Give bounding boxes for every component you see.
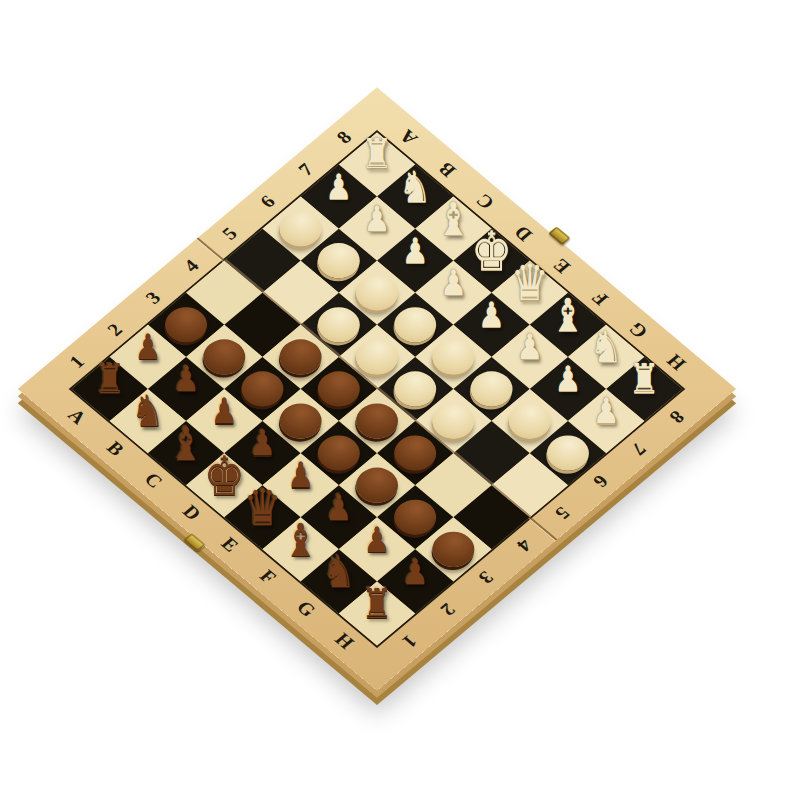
black-pawn-h2[interactable]: ♟	[402, 554, 429, 589]
white-pawn-c7[interactable]: ♟	[402, 234, 429, 269]
file-label-top-g: G	[625, 319, 651, 341]
file-label-bottom-f: F	[256, 567, 280, 587]
black-rook-h1[interactable]: ♜	[361, 583, 392, 624]
black-pawn-c2[interactable]: ♟	[211, 394, 238, 429]
rank-label-right-3: 3	[475, 567, 497, 586]
white-queen-e8[interactable]: ♛	[510, 258, 549, 309]
file-label-top-e: E	[550, 255, 575, 276]
product-photo-stage: ABCDEFGH8♜♞♝♚♛♝♞♜87♟♟♟♟♟♟♟♟7665544332♟♟♟…	[0, 0, 800, 800]
file-label-bottom-h: H	[331, 630, 357, 652]
rank-label-left-1: 1	[66, 352, 88, 371]
black-knight-b1[interactable]: ♞	[131, 390, 164, 434]
white-rook-h8[interactable]: ♜	[629, 359, 660, 400]
rank-label-right-2: 2	[437, 599, 459, 618]
black-pawn-d2[interactable]: ♟	[249, 426, 276, 461]
black-pawn-e2[interactable]: ♟	[287, 458, 314, 493]
black-pawn-a2[interactable]: ♟	[134, 330, 161, 365]
rank-label-left-6: 6	[257, 192, 279, 211]
file-label-top-b: B	[435, 159, 460, 180]
rank-label-right-6: 6	[589, 471, 611, 490]
black-pawn-b2[interactable]: ♟	[173, 362, 200, 397]
file-label-top-f: F	[588, 287, 612, 307]
white-pawn-g7[interactable]: ♟	[554, 362, 581, 397]
white-king-d8[interactable]: ♚	[471, 224, 512, 278]
rank-label-left-2: 2	[104, 320, 126, 339]
folding-chess-checkers-board: ABCDEFGH8♜♞♝♚♛♝♞♜87♟♟♟♟♟♟♟♟7665544332♟♟♟…	[18, 87, 736, 690]
rank-label-left-3: 3	[142, 288, 164, 307]
black-queen-e1[interactable]: ♛	[243, 483, 282, 534]
white-rook-a8[interactable]: ♜	[361, 134, 392, 175]
white-knight-b8[interactable]: ♞	[399, 165, 432, 209]
rank-label-right-4: 4	[513, 535, 535, 554]
black-bishop-c1[interactable]: ♝	[169, 421, 204, 467]
file-label-top-a: A	[397, 126, 423, 147]
white-pawn-a7[interactable]: ♟	[325, 169, 352, 204]
white-pawn-h7[interactable]: ♟	[593, 394, 620, 429]
white-bishop-f8[interactable]: ♝	[550, 292, 585, 338]
file-label-bottom-g: G	[293, 598, 319, 620]
file-label-top-d: D	[511, 223, 537, 244]
white-pawn-d7[interactable]: ♟	[440, 266, 467, 301]
rank-label-right-5: 5	[551, 503, 573, 522]
file-label-bottom-c: C	[141, 470, 167, 491]
black-king-d1[interactable]: ♚	[204, 449, 245, 503]
black-pawn-f2[interactable]: ♟	[325, 490, 352, 525]
black-pawn-g2[interactable]: ♟	[364, 522, 391, 557]
file-label-bottom-e: E	[218, 534, 243, 555]
black-bishop-f1[interactable]: ♝	[283, 517, 318, 563]
file-label-top-c: C	[473, 191, 499, 212]
black-rook-a1[interactable]: ♜	[94, 359, 125, 400]
rank-label-left-4: 4	[181, 256, 203, 275]
white-bishop-c8[interactable]: ♝	[436, 196, 471, 242]
rank-label-right-1: 1	[398, 631, 420, 650]
black-knight-g1[interactable]: ♞	[322, 550, 355, 594]
file-label-bottom-d: D	[179, 502, 205, 523]
rank-label-right-8: 8	[666, 407, 688, 426]
white-pawn-b7[interactable]: ♟	[364, 201, 391, 236]
board-perspective-wrap: ABCDEFGH8♜♞♝♚♛♝♞♜87♟♟♟♟♟♟♟♟7665544332♟♟♟…	[123, 176, 631, 603]
file-label-bottom-a: A	[64, 406, 90, 427]
rank-label-left-8: 8	[333, 128, 355, 147]
white-pawn-f7[interactable]: ♟	[516, 330, 543, 365]
rank-label-right-7: 7	[627, 439, 649, 458]
rank-label-left-5: 5	[219, 224, 241, 243]
file-label-top-h: H	[664, 351, 690, 373]
white-knight-g8[interactable]: ♞	[590, 326, 623, 370]
rank-label-left-7: 7	[295, 160, 317, 179]
white-pawn-e7[interactable]: ♟	[478, 298, 505, 333]
file-label-bottom-b: B	[103, 438, 128, 459]
